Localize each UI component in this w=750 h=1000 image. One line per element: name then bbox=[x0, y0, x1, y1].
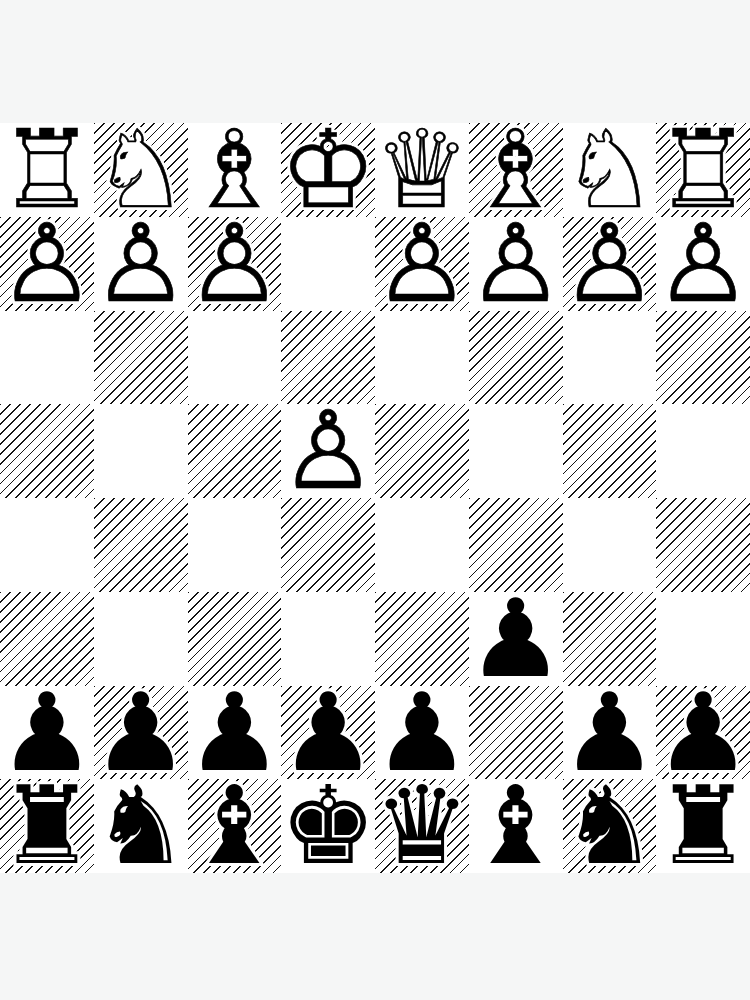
white-pawn: ♙ bbox=[656, 217, 750, 311]
square-e5[interactable] bbox=[281, 498, 375, 592]
white-pawn: ♙ bbox=[188, 217, 282, 311]
white-pawn: ♙ bbox=[469, 217, 563, 311]
square-g8[interactable]: ♞♞ bbox=[94, 779, 188, 873]
square-g5[interactable] bbox=[94, 498, 188, 592]
white-pawn: ♙ bbox=[375, 217, 469, 311]
square-h8[interactable]: ♜♜ bbox=[0, 779, 94, 873]
white-pawn: ♙ bbox=[0, 217, 94, 311]
square-c4[interactable] bbox=[469, 404, 563, 498]
square-b3[interactable] bbox=[563, 311, 657, 405]
chess-board: ♜♖♞♘♝♗♚♔♛♕♝♗♞♘♜♖♟♙♟♙♟♙♟♙♟♙♟♙♟♙♟♙♟♟♟♟♟♟♟♟… bbox=[0, 123, 750, 873]
square-g3[interactable] bbox=[94, 311, 188, 405]
square-c3[interactable] bbox=[469, 311, 563, 405]
square-c6[interactable]: ♟♟ bbox=[469, 592, 563, 686]
square-a5[interactable] bbox=[656, 498, 750, 592]
square-f5[interactable] bbox=[188, 498, 282, 592]
square-h2[interactable]: ♟♙ bbox=[0, 217, 94, 311]
square-h3[interactable] bbox=[0, 311, 94, 405]
square-f8[interactable]: ♝♝ bbox=[188, 779, 282, 873]
square-d8[interactable]: ♛♛ bbox=[375, 779, 469, 873]
black-bishop: ♝ bbox=[469, 779, 563, 873]
square-c2[interactable]: ♟♙ bbox=[469, 217, 563, 311]
square-h5[interactable] bbox=[0, 498, 94, 592]
white-king: ♔ bbox=[281, 123, 375, 217]
square-b8[interactable]: ♞♞ bbox=[563, 779, 657, 873]
white-pawn: ♙ bbox=[563, 217, 657, 311]
black-king: ♚ bbox=[281, 779, 375, 873]
square-e8[interactable]: ♚♚ bbox=[281, 779, 375, 873]
square-e1[interactable]: ♚♔ bbox=[281, 123, 375, 217]
black-queen: ♛ bbox=[375, 779, 469, 873]
square-b5[interactable] bbox=[563, 498, 657, 592]
square-a2[interactable]: ♟♙ bbox=[656, 217, 750, 311]
square-a8[interactable]: ♜♜ bbox=[656, 779, 750, 873]
square-e2[interactable] bbox=[281, 217, 375, 311]
black-pawn: ♟ bbox=[469, 592, 563, 686]
black-rook: ♜ bbox=[0, 779, 94, 873]
white-pawn: ♙ bbox=[281, 404, 375, 498]
black-rook: ♜ bbox=[656, 779, 750, 873]
square-b4[interactable] bbox=[563, 404, 657, 498]
square-c8[interactable]: ♝♝ bbox=[469, 779, 563, 873]
page-background: ♜♖♞♘♝♗♚♔♛♕♝♗♞♘♜♖♟♙♟♙♟♙♟♙♟♙♟♙♟♙♟♙♟♟♟♟♟♟♟♟… bbox=[0, 0, 750, 1000]
square-d2[interactable]: ♟♙ bbox=[375, 217, 469, 311]
white-pawn: ♙ bbox=[94, 217, 188, 311]
square-g2[interactable]: ♟♙ bbox=[94, 217, 188, 311]
square-d4[interactable] bbox=[375, 404, 469, 498]
square-b2[interactable]: ♟♙ bbox=[563, 217, 657, 311]
square-g4[interactable] bbox=[94, 404, 188, 498]
black-knight: ♞ bbox=[563, 779, 657, 873]
square-a3[interactable] bbox=[656, 311, 750, 405]
square-f3[interactable] bbox=[188, 311, 282, 405]
square-a4[interactable] bbox=[656, 404, 750, 498]
square-d5[interactable] bbox=[375, 498, 469, 592]
black-knight: ♞ bbox=[94, 779, 188, 873]
square-h4[interactable] bbox=[0, 404, 94, 498]
square-d3[interactable] bbox=[375, 311, 469, 405]
black-bishop: ♝ bbox=[188, 779, 282, 873]
square-f2[interactable]: ♟♙ bbox=[188, 217, 282, 311]
square-f4[interactable] bbox=[188, 404, 282, 498]
square-e4[interactable]: ♟♙ bbox=[281, 404, 375, 498]
